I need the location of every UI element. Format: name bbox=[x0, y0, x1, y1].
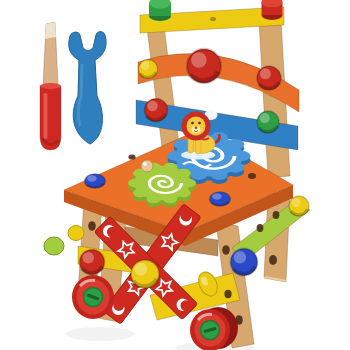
seat-hole bbox=[128, 154, 135, 159]
bolt-blue-green-bar bbox=[231, 249, 258, 276]
bolt-blue-seat-right bbox=[210, 192, 231, 206]
toy-chair-scene bbox=[0, 0, 350, 350]
shadow-left bbox=[66, 327, 134, 341]
side-knob-green bbox=[44, 237, 64, 255]
bolt-green-blue-bar bbox=[257, 111, 279, 133]
bolt-red-large bbox=[187, 49, 221, 83]
bolt-yellow-cross-center bbox=[131, 260, 159, 288]
bolt-yellow-green-bar bbox=[289, 196, 309, 216]
screwdriver-tip bbox=[45, 22, 56, 39]
screwdriver bbox=[40, 22, 61, 150]
wooden-bead bbox=[141, 160, 153, 172]
wrench-body bbox=[69, 32, 106, 144]
lion-front-leg bbox=[188, 138, 193, 153]
seat-hole bbox=[248, 173, 256, 179]
bolt-yellow-left bbox=[139, 60, 158, 79]
bolt-red-blue-bar bbox=[145, 99, 168, 122]
back-post-left bbox=[147, 26, 180, 155]
wheel-left bbox=[72, 275, 114, 319]
knob-red bbox=[262, 0, 283, 20]
bolt-red-side-bar bbox=[80, 250, 105, 275]
lion-front-leg bbox=[196, 139, 201, 154]
product-photo bbox=[0, 0, 350, 350]
bolt-red-right bbox=[257, 66, 281, 90]
wrench bbox=[69, 32, 106, 144]
wheel-right bbox=[190, 307, 238, 350]
knob-green bbox=[149, 0, 171, 21]
top-bar-hole bbox=[210, 17, 216, 21]
side-knob-yellow bbox=[68, 226, 84, 241]
bolt-blue-seat-left bbox=[85, 174, 106, 188]
